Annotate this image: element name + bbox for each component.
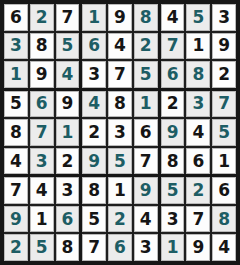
cell-r9c5[interactable]: 6 bbox=[108, 234, 132, 261]
cell-r7c2[interactable]: 4 bbox=[30, 177, 54, 204]
cell-r2c2[interactable]: 8 bbox=[30, 33, 54, 60]
cell-r1c9[interactable]: 3 bbox=[212, 4, 236, 31]
cell-r9c4[interactable]: 7 bbox=[82, 234, 106, 261]
cell-r7c1[interactable]: 7 bbox=[4, 177, 28, 204]
cell-r4c6[interactable]: 1 bbox=[134, 91, 158, 118]
cell-r8c8[interactable]: 7 bbox=[186, 206, 210, 233]
cell-r1c1[interactable]: 6 bbox=[4, 4, 28, 31]
cell-r1c6[interactable]: 8 bbox=[134, 4, 158, 31]
cell-r3c5[interactable]: 7 bbox=[108, 61, 132, 88]
cell-r1c3[interactable]: 7 bbox=[56, 4, 80, 31]
cell-r3c1[interactable]: 1 bbox=[4, 61, 28, 88]
cell-r4c5[interactable]: 8 bbox=[108, 91, 132, 118]
cell-r6c6[interactable]: 7 bbox=[134, 148, 158, 175]
sudoku-box: 237945861 bbox=[161, 91, 236, 175]
cell-r2c9[interactable]: 9 bbox=[212, 33, 236, 60]
cell-r2c8[interactable]: 1 bbox=[186, 33, 210, 60]
cell-r7c3[interactable]: 3 bbox=[56, 177, 80, 204]
cell-r1c5[interactable]: 9 bbox=[108, 4, 132, 31]
cell-r6c5[interactable]: 5 bbox=[108, 148, 132, 175]
cell-r8c9[interactable]: 8 bbox=[212, 206, 236, 233]
cell-r8c4[interactable]: 5 bbox=[82, 206, 106, 233]
cell-r2c7[interactable]: 7 bbox=[161, 33, 185, 60]
cell-r7c4[interactable]: 8 bbox=[82, 177, 106, 204]
cell-r3c9[interactable]: 2 bbox=[212, 61, 236, 88]
cell-r8c5[interactable]: 2 bbox=[108, 206, 132, 233]
cell-r3c4[interactable]: 3 bbox=[82, 61, 106, 88]
cell-r4c7[interactable]: 2 bbox=[161, 91, 185, 118]
cell-r9c3[interactable]: 8 bbox=[56, 234, 80, 261]
sudoku-box: 743916258 bbox=[4, 177, 79, 261]
sudoku-box: 453719682 bbox=[161, 4, 236, 88]
cell-r8c3[interactable]: 6 bbox=[56, 206, 80, 233]
cell-r5c3[interactable]: 1 bbox=[56, 119, 80, 146]
cell-r7c6[interactable]: 9 bbox=[134, 177, 158, 204]
cell-r4c3[interactable]: 9 bbox=[56, 91, 80, 118]
cell-r2c5[interactable]: 4 bbox=[108, 33, 132, 60]
cell-r1c8[interactable]: 5 bbox=[186, 4, 210, 31]
cell-r7c5[interactable]: 1 bbox=[108, 177, 132, 204]
cell-r5c8[interactable]: 4 bbox=[186, 119, 210, 146]
cell-r3c3[interactable]: 4 bbox=[56, 61, 80, 88]
cell-r7c8[interactable]: 2 bbox=[186, 177, 210, 204]
cell-r9c2[interactable]: 5 bbox=[30, 234, 54, 261]
cell-r7c9[interactable]: 6 bbox=[212, 177, 236, 204]
cell-r4c2[interactable]: 6 bbox=[30, 91, 54, 118]
cell-r5c5[interactable]: 3 bbox=[108, 119, 132, 146]
cell-r4c9[interactable]: 7 bbox=[212, 91, 236, 118]
cell-r5c6[interactable]: 6 bbox=[134, 119, 158, 146]
cell-r3c2[interactable]: 9 bbox=[30, 61, 54, 88]
cell-r2c4[interactable]: 6 bbox=[82, 33, 106, 60]
sudoku-box: 198642375 bbox=[82, 4, 157, 88]
cell-r5c4[interactable]: 2 bbox=[82, 119, 106, 146]
sudoku-box: 526378194 bbox=[161, 177, 236, 261]
cell-r6c2[interactable]: 3 bbox=[30, 148, 54, 175]
cell-r2c6[interactable]: 2 bbox=[134, 33, 158, 60]
cell-r9c1[interactable]: 2 bbox=[4, 234, 28, 261]
sudoku-board: 6273851941986423754537196825698714324812… bbox=[0, 0, 240, 265]
cell-r5c1[interactable]: 8 bbox=[4, 119, 28, 146]
cell-r1c2[interactable]: 2 bbox=[30, 4, 54, 31]
cell-r9c8[interactable]: 9 bbox=[186, 234, 210, 261]
cell-r5c7[interactable]: 9 bbox=[161, 119, 185, 146]
cell-r6c8[interactable]: 6 bbox=[186, 148, 210, 175]
cell-r6c4[interactable]: 9 bbox=[82, 148, 106, 175]
cell-r6c7[interactable]: 8 bbox=[161, 148, 185, 175]
cell-r1c7[interactable]: 4 bbox=[161, 4, 185, 31]
cell-r1c4[interactable]: 1 bbox=[82, 4, 106, 31]
cell-r3c7[interactable]: 6 bbox=[161, 61, 185, 88]
cell-r4c8[interactable]: 3 bbox=[186, 91, 210, 118]
cell-r6c3[interactable]: 2 bbox=[56, 148, 80, 175]
cell-r5c2[interactable]: 7 bbox=[30, 119, 54, 146]
cell-r6c1[interactable]: 4 bbox=[4, 148, 28, 175]
cell-r9c6[interactable]: 3 bbox=[134, 234, 158, 261]
cell-r5c9[interactable]: 5 bbox=[212, 119, 236, 146]
cell-r4c4[interactable]: 4 bbox=[82, 91, 106, 118]
sudoku-box: 819524763 bbox=[82, 177, 157, 261]
cell-r3c6[interactable]: 5 bbox=[134, 61, 158, 88]
cell-r8c6[interactable]: 4 bbox=[134, 206, 158, 233]
cell-r2c3[interactable]: 5 bbox=[56, 33, 80, 60]
cell-r8c2[interactable]: 1 bbox=[30, 206, 54, 233]
cell-r9c9[interactable]: 4 bbox=[212, 234, 236, 261]
sudoku-box: 569871432 bbox=[4, 91, 79, 175]
sudoku-box: 481236957 bbox=[82, 91, 157, 175]
cell-r3c8[interactable]: 8 bbox=[186, 61, 210, 88]
cell-r7c7[interactable]: 5 bbox=[161, 177, 185, 204]
cell-r9c7[interactable]: 1 bbox=[161, 234, 185, 261]
cell-r8c1[interactable]: 9 bbox=[4, 206, 28, 233]
cell-r8c7[interactable]: 3 bbox=[161, 206, 185, 233]
cell-r2c1[interactable]: 3 bbox=[4, 33, 28, 60]
cell-r6c9[interactable]: 1 bbox=[212, 148, 236, 175]
cell-r4c1[interactable]: 5 bbox=[4, 91, 28, 118]
sudoku-box: 627385194 bbox=[4, 4, 79, 88]
